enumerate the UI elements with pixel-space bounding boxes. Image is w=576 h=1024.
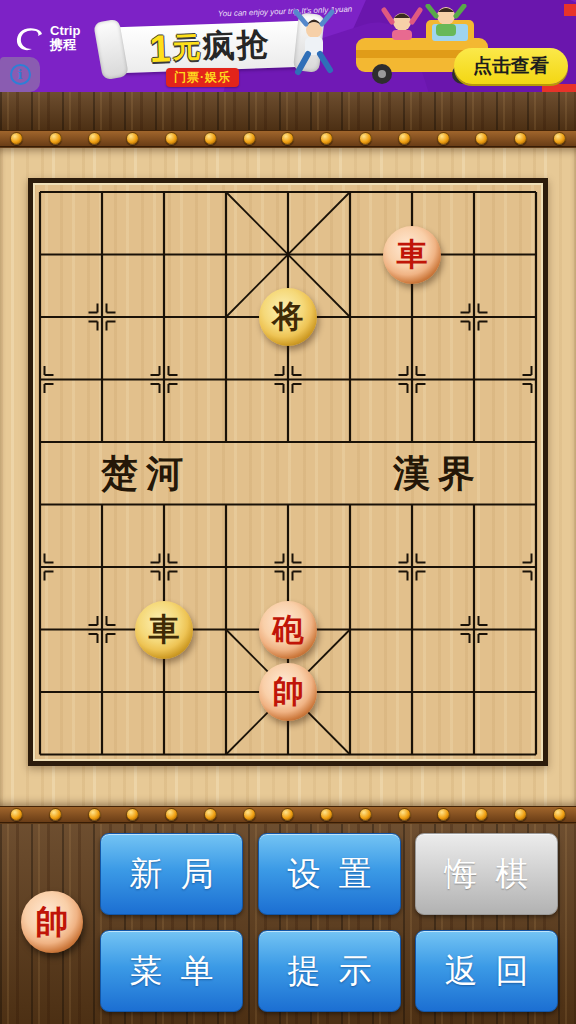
back-button[interactable]: 返回 <box>415 930 558 1012</box>
ad-category-badge: 门票·娱乐 <box>166 68 239 87</box>
rivet <box>126 808 139 821</box>
app-screen: Ctrip 携程 You can enjoy your trip,It's on… <box>0 0 576 1024</box>
ad-headline-ribbon: 1 元 疯抢 <box>111 21 308 74</box>
bottom-panel: 帥 新局 设置 悔棋 菜单 提示 返回 <box>0 824 576 1024</box>
rivet <box>398 132 411 145</box>
top-rivet-rail <box>0 130 576 147</box>
hint-button[interactable]: 提示 <box>258 930 401 1012</box>
rivet <box>49 808 62 821</box>
rivet <box>514 808 527 821</box>
rivet <box>88 132 101 145</box>
red-piece-砲[interactable]: 砲 <box>259 601 317 659</box>
ad-cta-button[interactable]: 点击查看 <box>454 48 568 84</box>
play-area: 楚河 漢界 車将車砲帥 <box>0 148 576 806</box>
ad-info-button[interactable]: i <box>0 57 40 92</box>
ad-headline-text: 疯抢 <box>202 23 271 69</box>
red-piece-車[interactable]: 車 <box>383 226 441 284</box>
rivet <box>359 132 372 145</box>
xiangqi-board[interactable]: 楚河 漢界 車将車砲帥 <box>28 178 548 766</box>
rivet <box>10 808 23 821</box>
ad-headline-yuan: 元 <box>172 28 201 67</box>
rivet <box>320 132 333 145</box>
banner-corner-decor <box>542 84 576 92</box>
black-piece-車[interactable]: 車 <box>135 601 193 659</box>
top-wood-plank <box>0 92 576 130</box>
rivet <box>475 132 488 145</box>
rivet <box>243 808 256 821</box>
rivet <box>359 808 372 821</box>
rivet <box>204 132 217 145</box>
rivet <box>514 132 527 145</box>
ctrip-logo-en: Ctrip <box>50 24 80 38</box>
rivet <box>398 808 411 821</box>
rivet <box>320 808 333 821</box>
rivet <box>281 808 294 821</box>
menu-button[interactable]: 菜单 <box>100 930 243 1012</box>
dolphin-icon <box>12 22 44 54</box>
settings-button[interactable]: 设置 <box>258 833 401 915</box>
info-icon: i <box>10 64 31 85</box>
undo-button[interactable]: 悔棋 <box>415 833 558 915</box>
rivet <box>165 132 178 145</box>
red-general-icon: 帥 <box>21 891 83 953</box>
ad-headline-number: 1 <box>149 27 172 71</box>
rivet <box>553 132 566 145</box>
rivet <box>10 132 23 145</box>
rivet <box>281 132 294 145</box>
ctrip-logo: Ctrip 携程 <box>12 22 80 54</box>
rivet <box>475 808 488 821</box>
pieces-layer: 車将車砲帥 <box>33 183 543 761</box>
red-piece-帥[interactable]: 帥 <box>259 663 317 721</box>
new-game-button[interactable]: 新局 <box>100 833 243 915</box>
ad-banner[interactable]: Ctrip 携程 You can enjoy your trip,It's on… <box>0 0 576 92</box>
rivet <box>88 808 101 821</box>
rivet <box>204 808 217 821</box>
rivet <box>165 808 178 821</box>
ctrip-logo-cn: 携程 <box>50 38 80 52</box>
rivet <box>437 132 450 145</box>
rivet <box>243 132 256 145</box>
rivet <box>126 132 139 145</box>
rivet <box>437 808 450 821</box>
rivet <box>553 808 566 821</box>
bottom-rivet-rail <box>0 806 576 823</box>
banner-corner-decor <box>564 4 576 16</box>
rivet <box>49 132 62 145</box>
black-piece-将[interactable]: 将 <box>259 288 317 346</box>
